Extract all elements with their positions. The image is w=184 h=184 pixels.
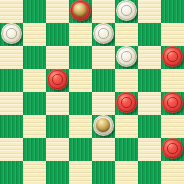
board-square (115, 161, 138, 184)
piece-inner-ring (167, 97, 177, 107)
board-square[interactable] (23, 138, 46, 161)
board-square (69, 115, 92, 138)
piece-inner-ring (6, 28, 16, 38)
white-man[interactable] (116, 46, 137, 67)
red-man[interactable] (116, 92, 137, 113)
board-square (161, 115, 184, 138)
white-man[interactable] (116, 0, 137, 21)
board-square[interactable] (92, 23, 115, 46)
board-square (0, 46, 23, 69)
red-man[interactable] (162, 46, 183, 67)
board-square[interactable] (92, 161, 115, 184)
board-square[interactable] (23, 46, 46, 69)
board-square (23, 161, 46, 184)
board-square[interactable] (0, 115, 23, 138)
white-king[interactable] (93, 115, 114, 136)
board-square (161, 23, 184, 46)
board-square[interactable] (0, 69, 23, 92)
piece-inner-ring (121, 51, 131, 61)
board-square (138, 92, 161, 115)
board-square[interactable] (46, 115, 69, 138)
white-man[interactable] (93, 23, 114, 44)
board-square (46, 46, 69, 69)
board-square[interactable] (115, 46, 138, 69)
board-square[interactable] (161, 0, 184, 23)
piece-inner-ring (121, 5, 131, 15)
board-square[interactable] (115, 138, 138, 161)
piece-outer-ring (117, 47, 135, 65)
board-square[interactable] (161, 46, 184, 69)
red-man[interactable] (162, 138, 183, 159)
board-square[interactable] (161, 138, 184, 161)
piece-outer-ring (163, 93, 181, 111)
board-square (46, 92, 69, 115)
piece-outer-ring (117, 1, 135, 19)
board-square[interactable] (23, 92, 46, 115)
board-square[interactable] (69, 92, 92, 115)
board-square (115, 115, 138, 138)
checkers-board (0, 0, 184, 184)
board-square[interactable] (138, 69, 161, 92)
board-square[interactable] (46, 161, 69, 184)
board-square[interactable] (138, 23, 161, 46)
board-square[interactable] (161, 92, 184, 115)
king-crown-icon (96, 118, 110, 132)
board-square[interactable] (0, 23, 23, 46)
board-square (23, 69, 46, 92)
board-square[interactable] (23, 0, 46, 23)
board-square (46, 0, 69, 23)
board-square[interactable] (138, 115, 161, 138)
board-square[interactable] (92, 115, 115, 138)
board-square (69, 69, 92, 92)
board-square (46, 138, 69, 161)
board-square[interactable] (46, 69, 69, 92)
piece-inner-ring (167, 51, 177, 61)
board-square (69, 161, 92, 184)
board-square[interactable] (69, 46, 92, 69)
piece-inner-ring (167, 143, 177, 153)
board-square (0, 92, 23, 115)
piece-inner-ring (52, 74, 62, 84)
piece-outer-ring (48, 70, 66, 88)
board-square (92, 92, 115, 115)
red-king[interactable] (70, 0, 91, 21)
board-square[interactable] (0, 161, 23, 184)
board-square[interactable] (69, 0, 92, 23)
board-square (23, 115, 46, 138)
board-square (115, 69, 138, 92)
board-square[interactable] (115, 0, 138, 23)
red-man[interactable] (162, 92, 183, 113)
red-man[interactable] (47, 69, 68, 90)
board-square[interactable] (138, 161, 161, 184)
board-square[interactable] (115, 92, 138, 115)
board-square (138, 46, 161, 69)
board-square (0, 138, 23, 161)
board-square (161, 161, 184, 184)
board-square (23, 23, 46, 46)
board-square (115, 23, 138, 46)
board-square (69, 23, 92, 46)
board-square[interactable] (92, 69, 115, 92)
board-square[interactable] (46, 23, 69, 46)
board-square (92, 138, 115, 161)
white-man[interactable] (1, 23, 22, 44)
board-square (0, 0, 23, 23)
board-square (92, 0, 115, 23)
board-square (92, 46, 115, 69)
piece-inner-ring (98, 28, 108, 38)
board-square (138, 0, 161, 23)
king-crown-icon (73, 3, 87, 17)
piece-outer-ring (94, 24, 112, 42)
piece-inner-ring (121, 97, 131, 107)
piece-outer-ring (2, 24, 20, 42)
board-square[interactable] (69, 138, 92, 161)
board-square (138, 138, 161, 161)
board-square (161, 69, 184, 92)
piece-outer-ring (117, 93, 135, 111)
piece-outer-ring (163, 139, 181, 157)
piece-outer-ring (163, 47, 181, 65)
